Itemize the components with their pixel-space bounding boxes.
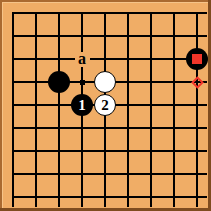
intersection-r2c8 [163,25,186,48]
intersection-r3c5 [94,48,117,71]
intersection-r4c2 [25,71,48,94]
black-stone-move-1: 1 [71,94,93,116]
intersection-r1c1 [2,2,25,25]
star-point [80,80,85,85]
intersection-r9c2 [25,186,48,209]
intersection-r6c8 [163,117,186,140]
intersection-r7c5 [94,140,117,163]
board-frame-right-cut-edge [208,0,211,211]
intersection-r9c7 [140,186,163,209]
point-label-a: a [75,52,90,67]
intersection-r2c9 [186,25,209,48]
intersection-r2c4 [71,25,94,48]
intersection-r6c3 [48,117,71,140]
intersection-r9c4 [71,186,94,209]
intersection-r7c7 [140,140,163,163]
intersection-r7c1 [2,140,25,163]
intersection-r9c6 [117,186,140,209]
board-frame-left-highlight [2,3,3,211]
intersection-r6c5 [94,117,117,140]
intersection-r2c6 [117,25,140,48]
intersection-r8c2 [25,163,48,186]
intersection-r2c5 [94,25,117,48]
intersection-r1c8 [163,2,186,25]
intersection-r3c3 [48,48,71,71]
move-number-2: 2 [101,98,109,113]
intersection-r4c9 [186,71,209,94]
intersection-r4c3 [48,71,71,94]
intersection-r1c7 [140,2,163,25]
intersection-r7c3 [48,140,71,163]
intersection-r2c7 [140,25,163,48]
intersection-r5c7 [140,94,163,117]
intersection-r3c8 [163,48,186,71]
intersection-r7c6 [117,140,140,163]
intersection-r4c4 [71,71,94,94]
black-stone-marked [186,48,208,70]
intersection-r9c8 [163,186,186,209]
intersection-r6c4 [71,117,94,140]
intersection-r4c6 [117,71,140,94]
intersection-r9c5 [94,186,117,209]
intersection-r7c9 [186,140,209,163]
intersection-r6c2 [25,117,48,140]
intersection-r1c2 [25,2,48,25]
intersection-r9c1 [2,186,25,209]
white-stone [94,71,116,93]
red-square-marker [192,54,202,64]
board-frame-top-highlight [2,2,211,3]
intersection-r4c8 [163,71,186,94]
intersection-r2c1 [2,25,25,48]
intersection-r7c8 [163,140,186,163]
intersection-r3c4: a [71,48,94,71]
board-intersections: a12 [2,2,209,209]
white-stone-move-2: 2 [94,94,116,116]
intersection-r9c3 [48,186,71,209]
intersection-r7c4 [71,140,94,163]
intersection-r4c1 [2,71,25,94]
intersection-r8c7 [140,163,163,186]
intersection-r3c1 [2,48,25,71]
intersection-r3c7 [140,48,163,71]
intersection-r5c3 [48,94,71,117]
intersection-r8c8 [163,163,186,186]
move-number-1: 1 [78,98,86,113]
intersection-r7c2 [25,140,48,163]
intersection-r8c1 [2,163,25,186]
intersection-r5c8 [163,94,186,117]
go-board-diagram: a12 [0,0,211,211]
intersection-r5c4: 1 [71,94,94,117]
intersection-r6c1 [2,117,25,140]
intersection-r4c7 [140,71,163,94]
intersection-r6c7 [140,117,163,140]
intersection-r8c4 [71,163,94,186]
intersection-r5c2 [25,94,48,117]
intersection-r8c9 [186,163,209,186]
intersection-r8c5 [94,163,117,186]
intersection-r1c9 [186,2,209,25]
intersection-r3c6 [117,48,140,71]
intersection-r4c5 [94,71,117,94]
intersection-r1c5 [94,2,117,25]
intersection-r8c6 [117,163,140,186]
intersection-r1c4 [71,2,94,25]
black-stone [48,71,70,93]
intersection-r3c9 [186,48,209,71]
intersection-r3c2 [25,48,48,71]
intersection-r5c5: 2 [94,94,117,117]
intersection-r5c1 [2,94,25,117]
intersection-r2c2 [25,25,48,48]
intersection-r6c9 [186,117,209,140]
intersection-r2c3 [48,25,71,48]
intersection-r1c3 [48,2,71,25]
intersection-r5c6 [117,94,140,117]
intersection-r5c9 [186,94,209,117]
intersection-r8c3 [48,163,71,186]
board-frame-bottom-cut-edge [0,208,211,211]
intersection-r9c9 [186,186,209,209]
intersection-r6c6 [117,117,140,140]
intersection-r1c6 [117,2,140,25]
red-diamond-marker [191,76,204,89]
